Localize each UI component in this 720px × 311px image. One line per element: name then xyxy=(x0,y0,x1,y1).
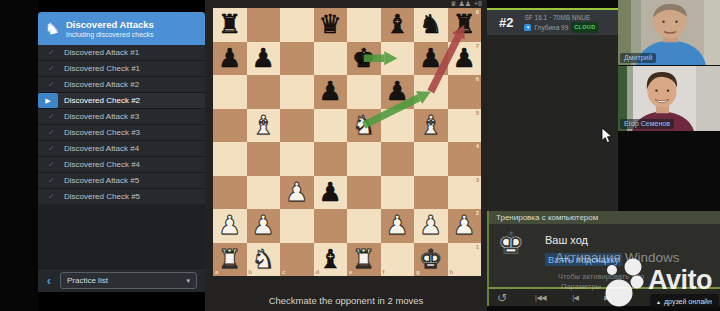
square-e7[interactable]: ♚ xyxy=(347,42,381,76)
app-window: ♞ Discovered Attacks Including discovere… xyxy=(0,0,720,311)
square-e8[interactable] xyxy=(347,8,381,42)
sidebar-item[interactable]: ✓Discovered Attack #4 xyxy=(38,141,205,156)
rank-label: 4 xyxy=(476,143,479,149)
square-b7[interactable]: ♟ xyxy=(247,42,281,76)
sidebar-item[interactable]: ✓Discovered Attack #2 xyxy=(38,77,205,92)
lesson-header: ♞ Discovered Attacks Including discovere… xyxy=(38,12,205,45)
step-back-icon[interactable]: |◀ xyxy=(572,294,578,302)
square-e3[interactable] xyxy=(347,176,381,210)
exercise-label: Discovered Check #2 xyxy=(64,96,140,105)
exercise-label: Discovered Attack #4 xyxy=(64,144,139,153)
square-b2[interactable]: ♟ xyxy=(247,209,281,243)
square-f6[interactable]: ♟ xyxy=(381,75,415,109)
square-a7[interactable]: ♟ xyxy=(213,42,247,76)
undo-icon[interactable]: ↺ xyxy=(497,291,507,305)
black-knight[interactable]: ♞ xyxy=(414,8,448,42)
file-label: g xyxy=(416,269,420,275)
square-d3[interactable]: ♟ xyxy=(314,176,348,210)
square-h5[interactable]: 5 xyxy=(448,109,482,143)
cloud-badge: CLOUD xyxy=(571,22,598,33)
square-c4[interactable] xyxy=(280,142,314,176)
square-a4[interactable] xyxy=(213,142,247,176)
check-icon: ✓ xyxy=(38,192,64,201)
exercise-label: Discovered Check #1 xyxy=(64,64,140,73)
exercise-label: Discovered Check #3 xyxy=(64,128,140,137)
material-advantage: +8 xyxy=(474,0,482,8)
sidebar-item[interactable]: ✓Discovered Check #3 xyxy=(38,125,205,140)
rank-label: 2 xyxy=(476,210,479,216)
sidebar-item[interactable]: ✓Discovered Attack #1 xyxy=(38,45,205,60)
webcam-column: Дмитрий Егор Семенов xyxy=(618,0,720,131)
square-h2[interactable]: 2♟ xyxy=(448,209,482,243)
square-f1[interactable]: f xyxy=(381,243,415,277)
sidebar-item[interactable]: ✓Discovered Check #4 xyxy=(38,157,205,172)
training-header-text: Тренировка с компьютером xyxy=(496,213,598,222)
play-icon[interactable]: ▶ xyxy=(38,93,58,108)
black-queen[interactable]: ♛ xyxy=(314,8,348,42)
file-label: e xyxy=(349,269,352,275)
rank-label: 5 xyxy=(476,110,479,116)
file-label: c xyxy=(282,269,285,275)
white-pawn[interactable]: ♟ xyxy=(414,209,448,243)
check-icon: ✓ xyxy=(38,144,64,153)
white-king-icon: ♚ xyxy=(497,225,525,261)
file-label: f xyxy=(383,269,385,275)
square-c8[interactable] xyxy=(280,8,314,42)
lesson-title: Discovered Attacks xyxy=(66,19,154,31)
square-e6[interactable] xyxy=(347,75,381,109)
webcam-feed-1[interactable]: Дмитрий xyxy=(618,0,720,65)
square-e4[interactable] xyxy=(347,142,381,176)
exercise-list: ✓Discovered Attack #1✓Discovered Check #… xyxy=(38,45,205,204)
black-pawn[interactable]: ♟ xyxy=(414,42,448,76)
engine-name: SF 16.1 · 70MB NNUE xyxy=(524,13,598,22)
engine-depth: Глубина 99 xyxy=(534,23,568,32)
file-label: d xyxy=(316,269,320,275)
black-pawn[interactable]: ♟ xyxy=(314,75,348,109)
take-hint-link[interactable]: Взять подсказку xyxy=(545,253,622,266)
file-label: h xyxy=(450,269,454,275)
square-a6[interactable] xyxy=(213,75,247,109)
square-g6[interactable] xyxy=(414,75,448,109)
lesson-subtitle: Including discovered checks xyxy=(66,31,154,39)
check-icon: ✓ xyxy=(38,176,64,185)
white-bishop[interactable]: ♝ xyxy=(414,109,448,143)
square-d2[interactable] xyxy=(314,209,348,243)
captured-pieces-bar: ♛ ♟♟ +8 xyxy=(450,0,482,8)
check-icon: ✓ xyxy=(38,48,64,57)
sidebar-footer: ‹ Practice list ▾ xyxy=(38,268,205,292)
exercise-label: Discovered Attack #2 xyxy=(64,80,139,89)
webcam-2-name: Егор Семенов xyxy=(620,119,674,129)
square-e5[interactable]: ♞ xyxy=(347,109,381,143)
black-pawn[interactable]: ♟ xyxy=(381,75,415,109)
square-b1[interactable]: b♞ xyxy=(247,243,281,277)
webcam-1-name: Дмитрий xyxy=(620,53,656,63)
check-icon: ✓ xyxy=(38,112,64,121)
square-h1[interactable]: 1h xyxy=(448,243,482,277)
under-cams-area xyxy=(618,131,720,211)
sidebar-item[interactable]: ▶Discovered Check #2 xyxy=(38,93,205,108)
training-header: Тренировка с компьютером xyxy=(487,211,720,224)
black-rook[interactable]: ♜ xyxy=(213,8,247,42)
check-icon: ✓ xyxy=(38,160,64,169)
board-panel: ♛ ♟♟ +8 ♜♛♝♞8♜♟♟♚♟7♟♟♟6♝♞♝54♟♟3♟♟♟♟2♟a♜b… xyxy=(205,0,487,311)
black-pawn[interactable]: ♟ xyxy=(213,42,247,76)
white-pawn[interactable]: ♟ xyxy=(381,209,415,243)
square-b5[interactable]: ♝ xyxy=(247,109,281,143)
exercise-label: Discovered Check #4 xyxy=(64,160,140,169)
black-king[interactable]: ♚ xyxy=(347,42,381,76)
square-b4[interactable] xyxy=(247,142,281,176)
square-d6[interactable]: ♟ xyxy=(314,75,348,109)
square-g3[interactable] xyxy=(414,176,448,210)
square-a8[interactable]: ♜ xyxy=(213,8,247,42)
square-b6[interactable] xyxy=(247,75,281,109)
square-f2[interactable]: ♟ xyxy=(381,209,415,243)
rank-label: 7 xyxy=(476,43,479,49)
square-c5[interactable] xyxy=(280,109,314,143)
square-d8[interactable]: ♛ xyxy=(314,8,348,42)
square-b3[interactable] xyxy=(247,176,281,210)
webcam-feed-2[interactable]: Егор Семенов xyxy=(618,66,720,131)
chevron-down-icon: ▾ xyxy=(186,277,190,285)
square-h7[interactable]: 7♟ xyxy=(448,42,482,76)
move-list-area xyxy=(487,35,618,211)
square-a2[interactable]: ♟ xyxy=(213,209,247,243)
rank-label: 8 xyxy=(476,9,479,15)
square-h8[interactable]: 8♜ xyxy=(448,8,482,42)
move-prompt-panel: ♚ Ваш ход Взять подсказку xyxy=(487,224,720,287)
square-h4[interactable]: 4 xyxy=(448,142,482,176)
white-bishop[interactable]: ♝ xyxy=(247,109,281,143)
white-pawn[interactable]: ♟ xyxy=(247,209,281,243)
square-d4[interactable] xyxy=(314,142,348,176)
exercise-label: Discovered Attack #1 xyxy=(64,48,139,57)
square-g1[interactable]: g♚ xyxy=(414,243,448,277)
exercise-label: Discovered Attack #5 xyxy=(64,176,139,185)
sidebar-item[interactable]: ✓Discovered Attack #5 xyxy=(38,173,205,188)
sidebar-item[interactable]: ✓Discovered Check #5 xyxy=(38,189,205,204)
rank-label: 3 xyxy=(476,177,479,183)
square-e2[interactable] xyxy=(347,209,381,243)
engine-rank: #2 xyxy=(499,15,513,30)
go-to-start-icon[interactable]: |◀◀ xyxy=(535,294,546,302)
square-d7[interactable] xyxy=(314,42,348,76)
friends-online-text: друзей онлайн xyxy=(664,298,712,305)
square-c1[interactable]: c xyxy=(280,243,314,277)
friends-online-badge: ▴ друзей онлайн xyxy=(650,294,719,308)
left-black-strip xyxy=(0,0,38,311)
square-e1[interactable]: e♜ xyxy=(347,243,381,277)
rank-label: 1 xyxy=(476,244,479,250)
check-icon: ✓ xyxy=(38,64,64,73)
square-f5[interactable] xyxy=(381,109,415,143)
square-g2[interactable]: ♟ xyxy=(414,209,448,243)
file-label: b xyxy=(249,269,253,275)
square-c3[interactable]: ♟ xyxy=(280,176,314,210)
exercise-label: Discovered Attack #3 xyxy=(64,112,139,121)
right-panel: #2 SF 16.1 · 70MB NNUE ▾ Глубина 99 CLOU… xyxy=(487,0,720,311)
cloud-download-icon[interactable]: ▾ xyxy=(524,24,531,31)
white-pawn[interactable]: ♟ xyxy=(213,209,247,243)
knight-icon: ♞ xyxy=(36,16,68,41)
check-icon: ✓ xyxy=(38,80,64,89)
square-a3[interactable] xyxy=(213,176,247,210)
rank-label: 6 xyxy=(476,76,479,82)
square-g5[interactable]: ♝ xyxy=(414,109,448,143)
black-pawn[interactable]: ♟ xyxy=(314,176,348,210)
black-bishop[interactable]: ♝ xyxy=(381,8,415,42)
square-f7[interactable] xyxy=(381,42,415,76)
square-g7[interactable]: ♟ xyxy=(414,42,448,76)
your-move-text: Ваш ход xyxy=(545,234,588,246)
square-h3[interactable]: 3 xyxy=(448,176,482,210)
avito-arrow-icon: ▴ xyxy=(657,298,660,305)
square-g8[interactable]: ♞ xyxy=(414,8,448,42)
exercise-sidebar: ♞ Discovered Attacks Including discovere… xyxy=(38,12,205,292)
square-c2[interactable] xyxy=(280,209,314,243)
square-f8[interactable]: ♝ xyxy=(381,8,415,42)
check-icon: ✓ xyxy=(38,128,64,137)
chess-board[interactable]: ♜♛♝♞8♜♟♟♚♟7♟♟♟6♝♞♝54♟♟3♟♟♟♟2♟a♜b♞cd♝e♜fg… xyxy=(213,8,481,276)
sidebar-item[interactable]: ✓Discovered Check #1 xyxy=(38,61,205,76)
white-pawn[interactable]: ♟ xyxy=(280,176,314,210)
white-knight[interactable]: ♞ xyxy=(347,109,381,143)
step-forward-icon[interactable]: ▶| xyxy=(604,294,610,302)
square-c7[interactable] xyxy=(280,42,314,76)
square-f4[interactable] xyxy=(381,142,415,176)
square-d1[interactable]: d♝ xyxy=(314,243,348,277)
black-pawn[interactable]: ♟ xyxy=(247,42,281,76)
captured-piece-icons: ♛ ♟♟ xyxy=(450,0,471,8)
file-label: a xyxy=(215,269,218,275)
square-a5[interactable] xyxy=(213,109,247,143)
square-a1[interactable]: a♜ xyxy=(213,243,247,277)
practice-list-dropdown[interactable]: Practice list ▾ xyxy=(60,272,197,289)
square-d5[interactable] xyxy=(314,109,348,143)
square-h6[interactable]: 6 xyxy=(448,75,482,109)
task-text: Checkmate the opponent in 2 moves xyxy=(205,295,487,306)
engine-bar: #2 SF 16.1 · 70MB NNUE ▾ Глубина 99 CLOU… xyxy=(487,8,618,35)
sidebar-item[interactable]: ✓Discovered Attack #3 xyxy=(38,109,205,124)
exercise-label: Discovered Check #5 xyxy=(64,192,140,201)
square-c6[interactable] xyxy=(280,75,314,109)
square-f3[interactable] xyxy=(381,176,415,210)
back-icon[interactable]: ‹ xyxy=(38,273,60,288)
square-b8[interactable] xyxy=(247,8,281,42)
dropdown-label: Practice list xyxy=(67,276,108,285)
square-g4[interactable] xyxy=(414,142,448,176)
